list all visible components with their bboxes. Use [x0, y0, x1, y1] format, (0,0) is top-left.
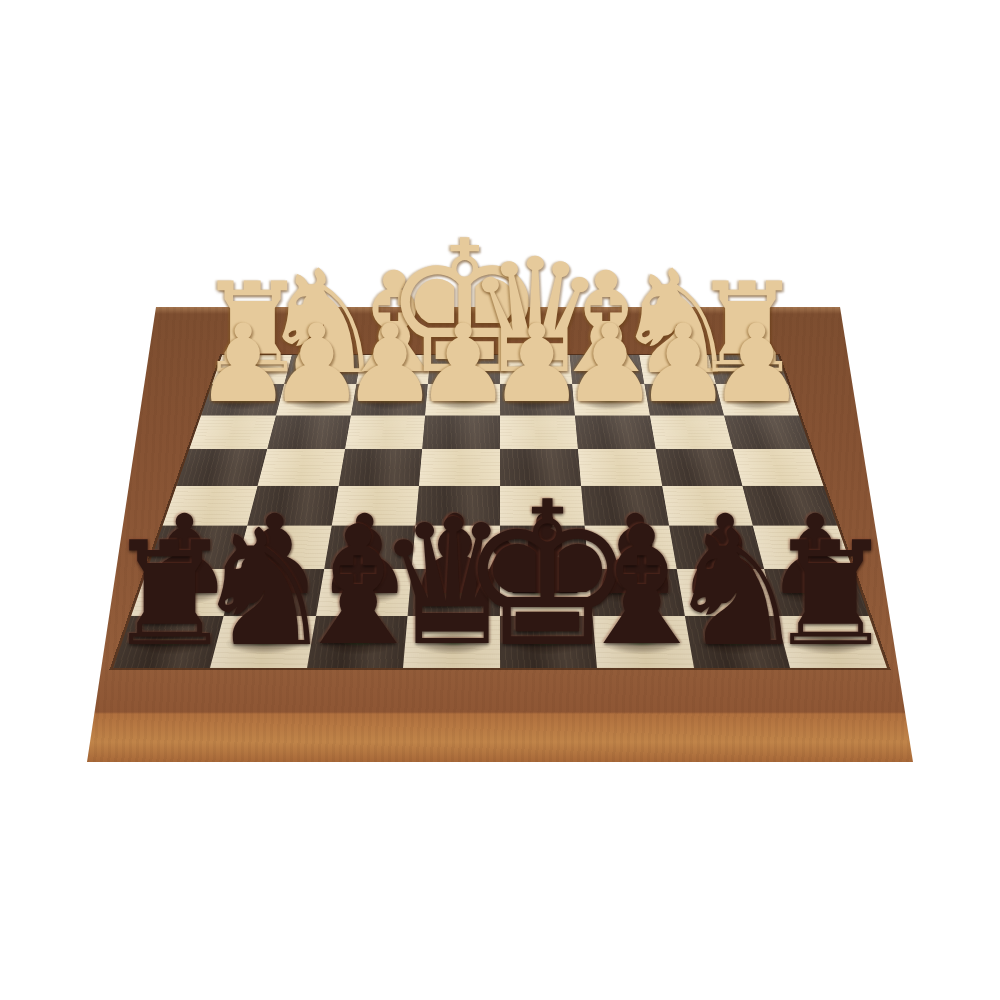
square-a4[interactable]: [733, 449, 823, 486]
square-b4[interactable]: [655, 449, 742, 486]
piece-white-pawn[interactable]: ♟: [708, 310, 804, 418]
square-h4[interactable]: [177, 449, 267, 486]
square-f4[interactable]: [338, 449, 422, 486]
square-g4[interactable]: [257, 449, 344, 486]
photo-stage: ♜♞♝♚♛♝♞♜♟♟♟♟♟♟♟♟♟♟♟♟♟♟♟♟♜♞♝♛♚♝♞♜: [0, 0, 1000, 1000]
piece-black-rook[interactable]: ♜: [766, 522, 895, 665]
